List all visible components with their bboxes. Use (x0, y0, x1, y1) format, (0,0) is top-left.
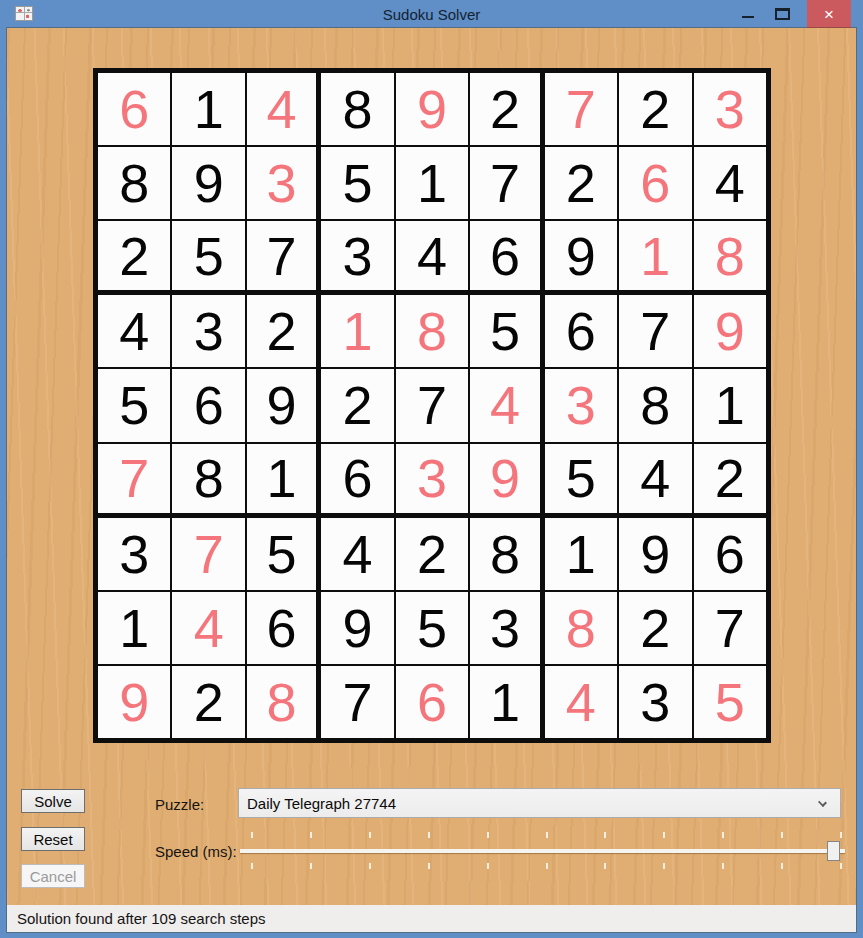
sudoku-cell-r4c4: 1 (320, 294, 394, 368)
sudoku-cell-r6c9: 2 (693, 443, 767, 517)
reset-button[interactable]: Reset (21, 827, 85, 851)
sudoku-cell-r6c3: 1 (246, 443, 320, 517)
slider-tick (840, 863, 842, 869)
sudoku-cell-r6c8: 4 (618, 443, 692, 517)
speed-label: Speed (ms): (155, 843, 237, 860)
sudoku-cell-r4c8: 7 (618, 294, 692, 368)
app-icon[interactable] (15, 6, 33, 21)
sudoku-cell-r6c6: 9 (469, 443, 543, 517)
slider-tick (604, 832, 606, 838)
speed-slider[interactable] (240, 832, 845, 870)
solve-button[interactable]: Solve (21, 789, 85, 813)
sudoku-cell-r9c3: 8 (246, 665, 320, 739)
sudoku-cell-r8c1: 1 (97, 591, 171, 665)
sudoku-board: 6148927238935172642573469184321856795692… (93, 68, 771, 743)
sudoku-cell-r1c2: 1 (171, 72, 245, 146)
sudoku-cell-r2c3: 3 (246, 146, 320, 220)
sudoku-cell-r4c3: 2 (246, 294, 320, 368)
sudoku-cell-r7c7: 1 (544, 517, 618, 591)
maximize-button[interactable] (765, 0, 799, 28)
slider-tick (604, 863, 606, 869)
client-area: 6148927238935172642573469184321856795692… (7, 28, 856, 932)
sudoku-cell-r9c7: 4 (544, 665, 618, 739)
sudoku-cell-r9c9: 5 (693, 665, 767, 739)
sudoku-cell-r1c3: 4 (246, 72, 320, 146)
sudoku-cell-r8c9: 7 (693, 591, 767, 665)
slider-thumb[interactable] (827, 841, 840, 861)
sudoku-cell-r6c5: 3 (395, 443, 469, 517)
sudoku-cell-r5c5: 7 (395, 368, 469, 442)
slider-tick (546, 863, 548, 869)
sudoku-cell-r2c5: 1 (395, 146, 469, 220)
minimize-button[interactable] (731, 0, 765, 28)
slider-tick (369, 863, 371, 869)
sudoku-cell-r7c4: 4 (320, 517, 394, 591)
sudoku-cell-r2c6: 7 (469, 146, 543, 220)
sudoku-cell-r1c9: 3 (693, 72, 767, 146)
sudoku-cell-r1c1: 6 (97, 72, 171, 146)
sudoku-cell-r4c2: 3 (171, 294, 245, 368)
sudoku-cell-r7c6: 8 (469, 517, 543, 591)
sudoku-cell-r1c7: 7 (544, 72, 618, 146)
slider-track[interactable] (240, 849, 845, 853)
sudoku-cell-r3c6: 6 (469, 220, 543, 294)
slider-tick (369, 832, 371, 838)
sudoku-cell-r5c2: 6 (171, 368, 245, 442)
sudoku-cell-r1c5: 9 (395, 72, 469, 146)
cancel-button[interactable]: Cancel (21, 864, 85, 888)
sudoku-cell-r7c8: 9 (618, 517, 692, 591)
sudoku-cell-r9c8: 3 (618, 665, 692, 739)
sudoku-cell-r8c7: 8 (544, 591, 618, 665)
sudoku-cell-r8c5: 5 (395, 591, 469, 665)
status-text: Solution found after 109 search steps (17, 910, 266, 927)
close-icon: × (824, 6, 834, 23)
puzzle-combobox[interactable]: Daily Telegraph 27744 (238, 788, 841, 818)
chevron-down-icon (818, 798, 827, 807)
sudoku-cell-r3c4: 3 (320, 220, 394, 294)
sudoku-cell-r2c8: 6 (618, 146, 692, 220)
caption-buttons: × (731, 0, 863, 28)
app-window: Sudoku Solver × 614892723893517264257346… (0, 0, 863, 938)
sudoku-cell-r5c3: 9 (246, 368, 320, 442)
sudoku-cell-r4c9: 9 (693, 294, 767, 368)
slider-tick (663, 832, 665, 838)
sudoku-cell-r5c4: 2 (320, 368, 394, 442)
sudoku-cell-r4c6: 5 (469, 294, 543, 368)
sudoku-cell-r1c4: 8 (320, 72, 394, 146)
sudoku-cell-r8c2: 4 (171, 591, 245, 665)
sudoku-cell-r7c9: 6 (693, 517, 767, 591)
sudoku-cell-r4c5: 8 (395, 294, 469, 368)
sudoku-cell-r1c8: 2 (618, 72, 692, 146)
maximize-icon (775, 8, 790, 20)
sudoku-cell-r8c6: 3 (469, 591, 543, 665)
sudoku-cell-r9c4: 7 (320, 665, 394, 739)
sudoku-cell-r6c4: 6 (320, 443, 394, 517)
slider-tick (840, 832, 842, 838)
slider-tick (251, 832, 253, 838)
slider-tick (663, 863, 665, 869)
slider-tick (310, 863, 312, 869)
slider-tick (428, 863, 430, 869)
sudoku-cell-r2c1: 8 (97, 146, 171, 220)
slider-tick (781, 832, 783, 838)
sudoku-cell-r3c2: 5 (171, 220, 245, 294)
sudoku-cell-r2c9: 4 (693, 146, 767, 220)
sudoku-cell-r8c8: 2 (618, 591, 692, 665)
sudoku-cell-r4c7: 6 (544, 294, 618, 368)
sudoku-cell-r3c7: 9 (544, 220, 618, 294)
sudoku-cell-r3c3: 7 (246, 220, 320, 294)
slider-tick (781, 863, 783, 869)
slider-tick (487, 863, 489, 869)
sudoku-cell-r2c7: 2 (544, 146, 618, 220)
sudoku-cell-r7c5: 2 (395, 517, 469, 591)
sudoku-cell-r6c1: 7 (97, 443, 171, 517)
sudoku-cell-r2c4: 5 (320, 146, 394, 220)
sudoku-cell-r5c8: 8 (618, 368, 692, 442)
slider-tick (722, 832, 724, 838)
sudoku-cell-r9c5: 6 (395, 665, 469, 739)
slider-tick (310, 832, 312, 838)
sudoku-cell-r7c2: 7 (171, 517, 245, 591)
sudoku-cell-r8c4: 9 (320, 591, 394, 665)
slider-tick (722, 863, 724, 869)
sudoku-cell-r7c1: 3 (97, 517, 171, 591)
sudoku-cell-r9c2: 2 (171, 665, 245, 739)
sudoku-cell-r9c1: 9 (97, 665, 171, 739)
close-button[interactable]: × (807, 0, 851, 28)
sudoku-cell-r1c6: 2 (469, 72, 543, 146)
sudoku-cell-r5c7: 3 (544, 368, 618, 442)
slider-tick (487, 832, 489, 838)
sudoku-cell-r4c1: 4 (97, 294, 171, 368)
sudoku-cell-r7c3: 5 (246, 517, 320, 591)
sudoku-cell-r2c2: 9 (171, 146, 245, 220)
sudoku-cell-r3c1: 2 (97, 220, 171, 294)
puzzle-combobox-value: Daily Telegraph 27744 (247, 795, 396, 812)
slider-tick (428, 832, 430, 838)
status-bar: Solution found after 109 search steps (7, 905, 856, 932)
sudoku-cell-r5c9: 1 (693, 368, 767, 442)
slider-tick (251, 863, 253, 869)
sudoku-cell-r3c5: 4 (395, 220, 469, 294)
sudoku-cell-r8c3: 6 (246, 591, 320, 665)
sudoku-cell-r9c6: 1 (469, 665, 543, 739)
puzzle-label: Puzzle: (155, 796, 204, 813)
sudoku-cell-r3c9: 8 (693, 220, 767, 294)
title-bar: Sudoku Solver × (0, 0, 863, 28)
sudoku-cell-r6c7: 5 (544, 443, 618, 517)
sudoku-cell-r6c2: 8 (171, 443, 245, 517)
sudoku-cell-r5c1: 5 (97, 368, 171, 442)
sudoku-cell-r5c6: 4 (469, 368, 543, 442)
slider-tick (546, 832, 548, 838)
minimize-icon (742, 16, 754, 18)
sudoku-cell-r3c8: 1 (618, 220, 692, 294)
